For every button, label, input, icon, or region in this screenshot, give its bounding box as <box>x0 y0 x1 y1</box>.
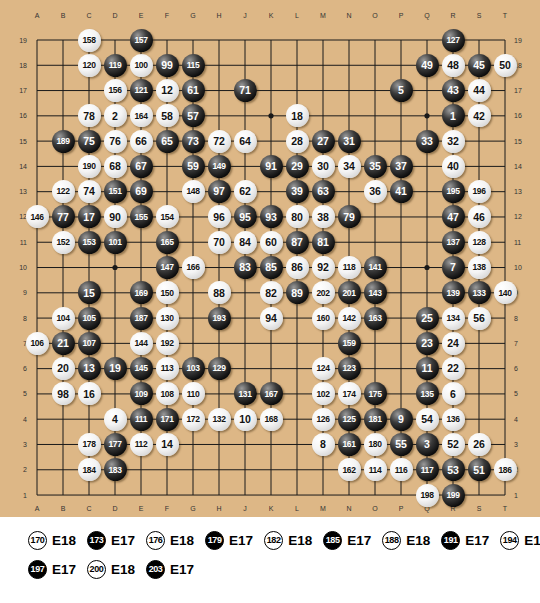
stone-e7-move-144: 144 <box>130 332 153 355</box>
coordinate-label: F <box>165 505 169 512</box>
coordinate-label: A <box>35 505 40 512</box>
caption-stone-white: 182 <box>264 531 283 550</box>
stone-n5-move-174: 174 <box>338 382 361 405</box>
stone-j10-move-83: 83 <box>234 256 257 279</box>
stone-h6-move-129: 129 <box>208 357 231 380</box>
stone-c7-move-107: 107 <box>78 332 101 355</box>
caption-coordinate: E18 <box>524 533 540 548</box>
stone-h8-move-193: 193 <box>208 307 231 330</box>
stone-p17-move-5: 5 <box>390 79 413 102</box>
stone-h4-move-132: 132 <box>208 408 231 431</box>
coordinate-label: 14 <box>514 163 522 170</box>
caption-stone-white: 188 <box>382 531 401 550</box>
stone-r7-move-24: 24 <box>442 332 465 355</box>
coordinate-label: H <box>216 505 221 512</box>
stone-e16-move-164: 164 <box>130 104 153 127</box>
stone-g18-move-115: 115 <box>182 54 205 77</box>
caption-entry-move-173: 173E17 <box>87 531 135 550</box>
stone-k14-move-91: 91 <box>260 155 283 178</box>
coordinate-label: T <box>503 505 508 512</box>
stone-r5-move-6: 6 <box>442 382 465 405</box>
stone-f12-move-154: 154 <box>156 205 179 228</box>
coordinate-label: 1 <box>23 492 27 499</box>
stone-l10-move-86: 86 <box>286 256 309 279</box>
coordinate-label: 13 <box>514 188 522 195</box>
stone-f16-move-58: 58 <box>156 104 179 127</box>
stone-c13-move-74: 74 <box>78 180 101 203</box>
caption-coordinate: E18 <box>170 533 194 548</box>
stone-l15-move-28: 28 <box>286 130 309 153</box>
stone-m3-move-8: 8 <box>312 433 335 456</box>
coordinate-label: E <box>139 505 144 512</box>
stone-o2-move-114: 114 <box>364 458 387 481</box>
stone-f8-move-130: 130 <box>156 307 179 330</box>
stone-r17-move-43: 43 <box>442 79 465 102</box>
stone-e6-move-145: 145 <box>130 357 153 380</box>
stone-e17-move-121: 121 <box>130 79 153 102</box>
stone-j13-move-62: 62 <box>234 180 257 203</box>
stone-d6-move-19: 19 <box>104 357 127 380</box>
stone-t2-move-186: 186 <box>494 458 517 481</box>
stone-c16-move-78: 78 <box>78 104 101 127</box>
caption-coordinate: E17 <box>170 562 194 577</box>
stone-s13-move-196: 196 <box>468 180 491 203</box>
caption-stone-black: 191 <box>441 531 460 550</box>
stone-p4-move-9: 9 <box>390 408 413 431</box>
stone-n12-move-79: 79 <box>338 205 361 228</box>
stone-q18-move-49: 49 <box>416 54 439 77</box>
stone-r4-move-136: 136 <box>442 408 465 431</box>
caption-stone-white: 176 <box>146 531 165 550</box>
caption-stone-white: 170 <box>28 531 47 550</box>
stone-q6-move-11: 11 <box>416 357 439 380</box>
stone-c3-move-178: 178 <box>78 433 101 456</box>
star-point <box>424 265 429 270</box>
stone-e19-move-157: 157 <box>130 29 153 52</box>
stone-o4-move-181: 181 <box>364 408 387 431</box>
stone-r15-move-32: 32 <box>442 130 465 153</box>
stone-e18-move-100: 100 <box>130 54 153 77</box>
stone-o9-move-143: 143 <box>364 281 387 304</box>
coordinate-label: H <box>216 12 221 19</box>
stone-h13-move-97: 97 <box>208 180 231 203</box>
stone-h15-move-72: 72 <box>208 130 231 153</box>
coordinate-label: 2 <box>23 466 27 473</box>
coordinate-label: K <box>269 12 274 19</box>
star-point <box>268 113 273 118</box>
stone-j17-move-71: 71 <box>234 79 257 102</box>
caption-coordinate: E18 <box>406 533 430 548</box>
coordinate-label: 15 <box>514 138 522 145</box>
stone-q5-move-135: 135 <box>416 382 439 405</box>
stone-e4-move-111: 111 <box>130 408 153 431</box>
stone-f10-move-147: 147 <box>156 256 179 279</box>
stone-n3-move-161: 161 <box>338 433 361 456</box>
stone-n10-move-118: 118 <box>338 256 361 279</box>
coordinate-label: 7 <box>514 340 518 347</box>
stone-l16-move-18: 18 <box>286 104 309 127</box>
stone-m10-move-92: 92 <box>312 256 335 279</box>
coordinate-label: 8 <box>23 315 27 322</box>
stone-c6-move-13: 13 <box>78 357 101 380</box>
coordinate-label: B <box>61 12 66 19</box>
caption-coordinate: E17 <box>465 533 489 548</box>
stone-q4-move-54: 54 <box>416 408 439 431</box>
stone-h11-move-70: 70 <box>208 231 231 254</box>
stone-f3-move-14: 14 <box>156 433 179 456</box>
stone-b11-move-152: 152 <box>52 231 75 254</box>
stone-a12-move-146: 146 <box>26 205 49 228</box>
stone-s2-move-51: 51 <box>468 458 491 481</box>
stone-c9-move-15: 15 <box>78 281 101 304</box>
coordinate-label: 5 <box>23 390 27 397</box>
stone-q3-move-3: 3 <box>416 433 439 456</box>
stone-k12-move-93: 93 <box>260 205 283 228</box>
caption-stone-black: 173 <box>87 531 106 550</box>
stone-d13-move-151: 151 <box>104 180 127 203</box>
stone-q7-move-23: 23 <box>416 332 439 355</box>
stone-g6-move-103: 103 <box>182 357 205 380</box>
stone-n8-move-142: 142 <box>338 307 361 330</box>
stone-o10-move-141: 141 <box>364 256 387 279</box>
coordinate-label: B <box>61 505 66 512</box>
caption-stone-white: 194 <box>500 531 519 550</box>
caption-coordinate: E18 <box>288 533 312 548</box>
stone-t18-move-50: 50 <box>494 54 517 77</box>
stone-n15-move-31: 31 <box>338 130 361 153</box>
stone-s17-move-44: 44 <box>468 79 491 102</box>
stone-c8-move-105: 105 <box>78 307 101 330</box>
stone-l12-move-80: 80 <box>286 205 309 228</box>
caption-stone-black: 185 <box>323 531 342 550</box>
stone-r16-move-1: 1 <box>442 104 465 127</box>
stone-r1-move-199: 199 <box>442 484 465 507</box>
stone-q8-move-25: 25 <box>416 307 439 330</box>
stone-s3-move-26: 26 <box>468 433 491 456</box>
coordinate-label: M <box>320 505 326 512</box>
stone-e12-move-155: 155 <box>130 205 153 228</box>
stone-c15-move-75: 75 <box>78 130 101 153</box>
stone-q1-move-198: 198 <box>416 484 439 507</box>
coordinate-label: L <box>295 505 299 512</box>
go-diagram: AABBCCDDEEFFGGHHJJKKLLMMNNOOPPQQRRSSTT19… <box>0 0 540 603</box>
coordinate-label: 12 <box>514 213 522 220</box>
stone-g13-move-148: 148 <box>182 180 205 203</box>
caption-stone-black: 197 <box>28 560 47 579</box>
coordinate-label: P <box>399 12 404 19</box>
stone-s12-move-46: 46 <box>468 205 491 228</box>
stone-g15-move-73: 73 <box>182 130 205 153</box>
stone-f4-move-171: 171 <box>156 408 179 431</box>
caption-entry-move-182: 182E18 <box>264 531 312 550</box>
stone-b6-move-20: 20 <box>52 357 75 380</box>
coordinate-label: D <box>112 505 117 512</box>
stone-n4-move-125: 125 <box>338 408 361 431</box>
coordinate-label: D <box>112 12 117 19</box>
stone-q2-move-117: 117 <box>416 458 439 481</box>
stone-h9-move-88: 88 <box>208 281 231 304</box>
coordinate-label: 13 <box>19 188 27 195</box>
stone-f7-move-192: 192 <box>156 332 179 355</box>
stone-f17-move-12: 12 <box>156 79 179 102</box>
stone-p2-move-116: 116 <box>390 458 413 481</box>
stone-n2-move-162: 162 <box>338 458 361 481</box>
stone-m5-move-102: 102 <box>312 382 335 405</box>
coordinate-label: 1 <box>514 492 518 499</box>
stone-j12-move-95: 95 <box>234 205 257 228</box>
stone-k5-move-167: 167 <box>260 382 283 405</box>
stone-q15-move-33: 33 <box>416 130 439 153</box>
coordinate-label: 18 <box>19 62 27 69</box>
stone-c18-move-120: 120 <box>78 54 101 77</box>
stone-k8-move-94: 94 <box>260 307 283 330</box>
caption-coordinate: E17 <box>52 562 76 577</box>
stone-d11-move-101: 101 <box>104 231 127 254</box>
stone-m6-move-124: 124 <box>312 357 335 380</box>
coordinate-label: G <box>190 12 195 19</box>
coordinate-label: P <box>399 505 404 512</box>
coordinate-label: C <box>86 12 91 19</box>
coordinate-label: 11 <box>514 239 521 246</box>
stone-d12-move-90: 90 <box>104 205 127 228</box>
go-board: AABBCCDDEEFFGGHHJJKKLLMMNNOOPPQQRRSSTT19… <box>0 0 540 517</box>
stone-g4-move-172: 172 <box>182 408 205 431</box>
stone-k10-move-85: 85 <box>260 256 283 279</box>
stone-s18-move-45: 45 <box>468 54 491 77</box>
stone-f11-move-165: 165 <box>156 231 179 254</box>
stone-d15-move-76: 76 <box>104 130 127 153</box>
stone-s10-move-138: 138 <box>468 256 491 279</box>
stone-g10-move-166: 166 <box>182 256 205 279</box>
stone-f15-move-65: 65 <box>156 130 179 153</box>
stone-n14-move-34: 34 <box>338 155 361 178</box>
stone-r13-move-195: 195 <box>442 180 465 203</box>
stone-m12-move-38: 38 <box>312 205 335 228</box>
stone-l14-move-29: 29 <box>286 155 309 178</box>
stone-e5-move-109: 109 <box>130 382 153 405</box>
stone-l11-move-87: 87 <box>286 231 309 254</box>
stone-c14-move-190: 190 <box>78 155 101 178</box>
coordinate-label: J <box>243 12 247 19</box>
caption-coordinate: E17 <box>111 533 135 548</box>
coordinate-label: F <box>165 12 169 19</box>
coordinate-label: 15 <box>19 138 27 145</box>
stone-d4-move-4: 4 <box>104 408 127 431</box>
stone-k9-move-82: 82 <box>260 281 283 304</box>
stone-o13-move-36: 36 <box>364 180 387 203</box>
star-point <box>112 265 117 270</box>
stone-d14-move-68: 68 <box>104 155 127 178</box>
stone-s8-move-56: 56 <box>468 307 491 330</box>
stone-o14-move-35: 35 <box>364 155 387 178</box>
stone-c11-move-153: 153 <box>78 231 101 254</box>
coordinate-label: 14 <box>19 163 27 170</box>
coordinate-label: Q <box>424 12 430 20</box>
stone-e15-move-66: 66 <box>130 130 153 153</box>
stone-m8-move-160: 160 <box>312 307 335 330</box>
coordinate-label: 10 <box>19 264 27 271</box>
coordinate-label: N <box>346 505 351 512</box>
stone-j11-move-84: 84 <box>234 231 257 254</box>
coordinate-label: 16 <box>19 112 27 119</box>
stone-b13-move-122: 122 <box>52 180 75 203</box>
stone-l13-move-39: 39 <box>286 180 309 203</box>
stone-p14-move-37: 37 <box>390 155 413 178</box>
stone-r19-move-127: 127 <box>442 29 465 52</box>
coordinate-label: 16 <box>514 112 522 119</box>
stone-d3-move-177: 177 <box>104 433 127 456</box>
star-point <box>424 113 429 118</box>
coordinate-label: 17 <box>514 87 522 94</box>
stone-a7-move-106: 106 <box>26 332 49 355</box>
caption-entry-move-203: 203E17 <box>146 560 194 579</box>
coordinate-label: L <box>295 12 299 19</box>
stone-l9-move-89: 89 <box>286 281 309 304</box>
stone-m15-move-27: 27 <box>312 130 335 153</box>
stone-j5-move-131: 131 <box>234 382 257 405</box>
stone-f6-move-113: 113 <box>156 357 179 380</box>
stone-c2-move-184: 184 <box>78 458 101 481</box>
stone-o8-move-163: 163 <box>364 307 387 330</box>
caption-stone-black: 179 <box>205 531 224 550</box>
stone-b8-move-104: 104 <box>52 307 75 330</box>
stone-r2-move-53: 53 <box>442 458 465 481</box>
stone-n7-move-159: 159 <box>338 332 361 355</box>
coordinate-label: O <box>372 505 378 512</box>
stone-f9-move-150: 150 <box>156 281 179 304</box>
coordinate-label: 5 <box>514 390 518 397</box>
coordinate-label: 19 <box>514 37 522 44</box>
stone-d17-move-156: 156 <box>104 79 127 102</box>
stone-o5-move-175: 175 <box>364 382 387 405</box>
stone-k4-move-168: 168 <box>260 408 283 431</box>
stone-g17-move-61: 61 <box>182 79 205 102</box>
stone-r14-move-40: 40 <box>442 155 465 178</box>
coordinate-label: N <box>346 12 351 19</box>
stone-r11-move-137: 137 <box>442 231 465 254</box>
stone-h14-move-149: 149 <box>208 155 231 178</box>
stone-r10-move-7: 7 <box>442 256 465 279</box>
coordinate-label: 9 <box>23 289 27 296</box>
stone-d2-move-183: 183 <box>104 458 127 481</box>
stone-b5-move-98: 98 <box>52 382 75 405</box>
caption-stone-white: 200 <box>87 560 106 579</box>
stone-e14-move-67: 67 <box>130 155 153 178</box>
stone-m11-move-81: 81 <box>312 231 335 254</box>
stone-s9-move-133: 133 <box>468 281 491 304</box>
stone-c5-move-16: 16 <box>78 382 101 405</box>
stone-c12-move-17: 17 <box>78 205 101 228</box>
stone-n6-move-123: 123 <box>338 357 361 380</box>
stone-r6-move-22: 22 <box>442 357 465 380</box>
coordinate-label: O <box>372 12 378 19</box>
coordinate-label: 3 <box>23 441 27 448</box>
stone-j15-move-64: 64 <box>234 130 257 153</box>
coordinate-label: J <box>243 505 247 512</box>
stone-p3-move-55: 55 <box>390 433 413 456</box>
stone-p13-move-41: 41 <box>390 180 413 203</box>
stone-e8-move-187: 187 <box>130 307 153 330</box>
stone-e3-move-112: 112 <box>130 433 153 456</box>
coordinate-label: 4 <box>23 416 27 423</box>
stone-m13-move-63: 63 <box>312 180 335 203</box>
coordinate-label: 6 <box>23 365 27 372</box>
coordinate-label: 3 <box>514 441 518 448</box>
caption-entry-move-197: 197E17 <box>28 560 76 579</box>
caption-coordinate: E18 <box>52 533 76 548</box>
stone-e9-move-169: 169 <box>130 281 153 304</box>
ko-moves-caption: 170E18173E17176E18179E17182E18185E17188E… <box>0 517 540 603</box>
coordinate-label: 11 <box>20 239 27 246</box>
caption-coordinate: E18 <box>111 562 135 577</box>
coordinate-label: 19 <box>19 37 27 44</box>
stone-g14-move-59: 59 <box>182 155 205 178</box>
caption-stone-black: 203 <box>146 560 165 579</box>
stone-s16-move-42: 42 <box>468 104 491 127</box>
stone-r9-move-139: 139 <box>442 281 465 304</box>
stone-b7-move-21: 21 <box>52 332 75 355</box>
stone-e13-move-69: 69 <box>130 180 153 203</box>
stone-r18-move-48: 48 <box>442 54 465 77</box>
stone-t9-move-140: 140 <box>494 281 517 304</box>
coordinate-label: A <box>35 12 40 19</box>
caption-entry-move-170: 170E18 <box>28 531 76 550</box>
caption-entry-move-185: 185E17 <box>323 531 371 550</box>
stone-f18-move-99: 99 <box>156 54 179 77</box>
coordinate-label: C <box>86 505 91 512</box>
coordinate-label: 8 <box>514 315 518 322</box>
coordinate-label: 4 <box>514 416 518 423</box>
stone-g5-move-110: 110 <box>182 382 205 405</box>
stone-j4-move-10: 10 <box>234 408 257 431</box>
stone-d16-move-2: 2 <box>104 104 127 127</box>
caption-coordinate: E17 <box>347 533 371 548</box>
stone-c19-move-158: 158 <box>78 29 101 52</box>
coordinate-label: M <box>320 12 326 19</box>
stone-k11-move-60: 60 <box>260 231 283 254</box>
stone-m4-move-126: 126 <box>312 408 335 431</box>
coordinate-label: R <box>450 12 455 19</box>
stone-n9-move-201: 201 <box>338 281 361 304</box>
caption-entry-move-188: 188E18 <box>382 531 430 550</box>
stone-o3-move-180: 180 <box>364 433 387 456</box>
coordinate-label: K <box>269 505 274 512</box>
coordinate-label: G <box>190 505 195 512</box>
stone-s11-move-128: 128 <box>468 231 491 254</box>
stone-d18-move-119: 119 <box>104 54 127 77</box>
stone-f5-move-108: 108 <box>156 382 179 405</box>
stone-r8-move-134: 134 <box>442 307 465 330</box>
coordinate-label: S <box>477 12 482 19</box>
coordinate-label: T <box>503 12 508 19</box>
stone-m9-move-202: 202 <box>312 281 335 304</box>
caption-entry-move-179: 179E17 <box>205 531 253 550</box>
stone-b12-move-77: 77 <box>52 205 75 228</box>
coordinate-label: S <box>477 505 482 512</box>
caption-entry-move-191: 191E17 <box>441 531 489 550</box>
stone-r12-move-47: 47 <box>442 205 465 228</box>
stone-m14-move-30: 30 <box>312 155 335 178</box>
coordinate-label: 10 <box>514 264 522 271</box>
caption-row: 170E18173E17176E18179E17182E18185E17188E… <box>28 530 540 550</box>
coordinate-label: E <box>139 12 144 19</box>
caption-coordinate: E17 <box>229 533 253 548</box>
coordinate-label: 6 <box>514 365 518 372</box>
stone-r3-move-52: 52 <box>442 433 465 456</box>
stone-b15-move-189: 189 <box>52 130 75 153</box>
caption-entry-move-176: 176E18 <box>146 531 194 550</box>
caption-row: 197E17200E18203E17 <box>28 559 540 579</box>
